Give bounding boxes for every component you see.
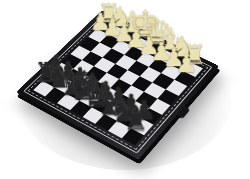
piece-black-rook[interactable]: ♜ bbox=[118, 105, 152, 134]
pieces-layer: ♜♞♝♛♚♝♞♜♟♟♟♟♟♟♟♟♟♟♟♟♟♟♟♟♜♞♝♛♚♝♞♜ bbox=[33, 21, 203, 146]
chess-board: ♜♞♝♛♚♝♞♜♟♟♟♟♟♟♟♟♟♟♟♟♟♟♟♟♜♞♝♛♚♝♞♜ bbox=[16, 10, 219, 160]
piece-white-pawn[interactable]: ♟ bbox=[172, 51, 202, 76]
scene: ♜♞♝♛♚♝♞♜♟♟♟♟♟♟♟♟♟♟♟♟♟♟♟♟♜♞♝♛♚♝♞♜ bbox=[0, 0, 250, 179]
board-frame: ♜♞♝♛♚♝♞♜♟♟♟♟♟♟♟♟♟♟♟♟♟♟♟♟♜♞♝♛♚♝♞♜ bbox=[16, 10, 219, 160]
clasp-latch-icon[interactable] bbox=[176, 106, 190, 118]
chess-set-photo: ♜♞♝♛♚♝♞♜♟♟♟♟♟♟♟♟♟♟♟♟♟♟♟♟♜♞♝♛♚♝♞♜ bbox=[0, 0, 250, 179]
